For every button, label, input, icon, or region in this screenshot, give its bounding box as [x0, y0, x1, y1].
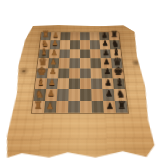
- square-g3[interactable]: [57, 89, 69, 100]
- square-a4[interactable]: [70, 32, 80, 40]
- piece-black-pawn[interactable]: ♟: [103, 90, 115, 99]
- piece-black-pawn[interactable]: ♟: [101, 49, 111, 57]
- piece-white-pawn[interactable]: ♟: [45, 90, 57, 99]
- square-b6[interactable]: [90, 41, 100, 50]
- square-c6[interactable]: [90, 49, 101, 58]
- square-b5[interactable]: [80, 41, 90, 50]
- piece-white-pawn[interactable]: ♟: [46, 79, 57, 88]
- square-e2[interactable]: ♟: [47, 68, 59, 78]
- square-f6[interactable]: [91, 78, 103, 89]
- square-a3[interactable]: [60, 32, 70, 40]
- square-g6[interactable]: [91, 89, 103, 100]
- square-c4[interactable]: [70, 49, 80, 58]
- square-g4[interactable]: [68, 89, 80, 100]
- square-f4[interactable]: [69, 78, 80, 89]
- piece-white-knight[interactable]: ♞: [34, 88, 46, 99]
- square-f3[interactable]: [57, 78, 69, 89]
- piece-white-rook[interactable]: ♜: [32, 100, 44, 111]
- square-b3[interactable]: [60, 41, 70, 50]
- square-c5[interactable]: [80, 49, 90, 58]
- chess-board: ♜♟♟♜♞♟♟♞♝♟♟♝♛♟♟♛♚♟♟♚♝♟♟♝♞♟♟♞♜♟♟♜: [32, 32, 128, 113]
- square-h5[interactable]: [80, 101, 92, 113]
- piece-black-bishop[interactable]: ♝: [114, 77, 125, 87]
- square-e7[interactable]: ♟: [101, 68, 113, 78]
- square-a6[interactable]: [90, 32, 100, 40]
- piece-white-pawn[interactable]: ♟: [44, 102, 56, 111]
- piece-white-pawn[interactable]: ♟: [50, 40, 60, 48]
- square-d3[interactable]: [59, 58, 70, 68]
- piece-white-pawn[interactable]: ♟: [47, 68, 58, 76]
- square-h7[interactable]: ♟: [103, 101, 116, 113]
- piece-black-pawn[interactable]: ♟: [102, 68, 113, 76]
- piece-black-knight[interactable]: ♞: [115, 88, 127, 99]
- square-d6[interactable]: [90, 58, 101, 68]
- square-g7[interactable]: ♟: [103, 89, 115, 100]
- square-h2[interactable]: ♟: [44, 101, 57, 113]
- piece-black-pawn[interactable]: ♟: [102, 79, 113, 88]
- piece-black-pawn[interactable]: ♟: [101, 58, 112, 66]
- square-h8[interactable]: ♜: [115, 101, 128, 113]
- square-b4[interactable]: [70, 41, 80, 50]
- piece-black-rook[interactable]: ♜: [116, 100, 128, 111]
- square-h3[interactable]: [56, 101, 68, 113]
- square-d4[interactable]: [69, 58, 80, 68]
- square-f7[interactable]: ♟: [102, 78, 114, 89]
- square-g2[interactable]: ♟: [45, 89, 57, 100]
- piece-white-pawn[interactable]: ♟: [48, 58, 59, 66]
- square-h4[interactable]: [68, 101, 80, 113]
- square-f2[interactable]: ♟: [46, 78, 58, 89]
- piece-black-pawn[interactable]: ♟: [104, 102, 116, 111]
- photo-scene: ♜♟♟♜♞♟♟♞♝♟♟♝♛♟♟♛♚♟♟♚♝♟♟♝♞♟♟♞♜♟♟♜: [0, 0, 160, 160]
- square-f5[interactable]: [80, 78, 91, 89]
- board-frame: ♜♟♟♜♞♟♟♞♝♟♟♝♛♟♟♛♚♟♟♚♝♟♟♝♞♟♟♞♜♟♟♜: [3, 25, 158, 158]
- piece-black-pawn[interactable]: ♟: [100, 40, 110, 48]
- square-a5[interactable]: [80, 32, 90, 40]
- square-g5[interactable]: [80, 89, 92, 100]
- piece-white-pawn[interactable]: ♟: [49, 49, 59, 57]
- square-d5[interactable]: [80, 58, 91, 68]
- square-h6[interactable]: [92, 101, 104, 113]
- piece-white-bishop[interactable]: ♝: [35, 77, 46, 87]
- square-c3[interactable]: [59, 49, 70, 58]
